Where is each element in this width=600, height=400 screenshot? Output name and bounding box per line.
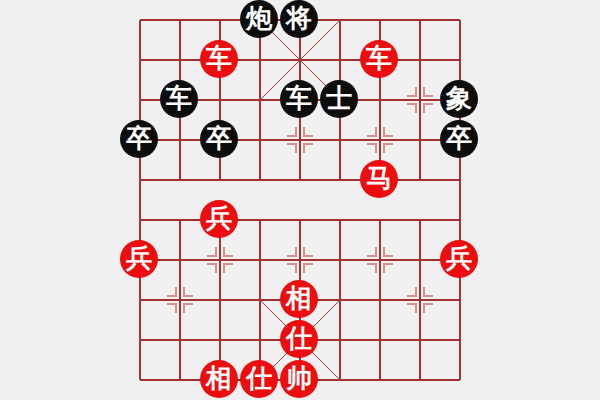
piece-black-elephant[interactable]: 象 [440, 80, 478, 118]
xiangqi-board: 炮将车车车车士象卒卒卒马兵兵兵相仕相仕帅 [0, 0, 600, 400]
piece-black-soldier[interactable]: 卒 [120, 120, 158, 158]
piece-red-chariot[interactable]: 车 [200, 40, 238, 78]
piece-red-advisor[interactable]: 仕 [280, 320, 318, 358]
piece-black-soldier[interactable]: 卒 [440, 120, 478, 158]
piece-red-elephant[interactable]: 相 [200, 360, 238, 398]
piece-red-chariot[interactable]: 车 [360, 40, 398, 78]
piece-black-chariot[interactable]: 车 [160, 80, 198, 118]
piece-red-general[interactable]: 帅 [280, 360, 318, 398]
pieces-layer: 炮将车车车车士象卒卒卒马兵兵兵相仕相仕帅 [119, 0, 479, 399]
piece-red-elephant[interactable]: 相 [280, 280, 318, 318]
piece-red-soldier[interactable]: 兵 [200, 200, 238, 238]
piece-black-advisor[interactable]: 士 [320, 80, 358, 118]
piece-red-horse[interactable]: 马 [360, 160, 398, 198]
piece-red-advisor[interactable]: 仕 [240, 360, 278, 398]
piece-red-soldier[interactable]: 兵 [120, 240, 158, 278]
piece-black-cannon[interactable]: 炮 [240, 0, 278, 38]
piece-black-general[interactable]: 将 [280, 0, 318, 38]
piece-black-chariot[interactable]: 车 [280, 80, 318, 118]
piece-red-soldier[interactable]: 兵 [440, 240, 478, 278]
piece-black-soldier[interactable]: 卒 [200, 120, 238, 158]
